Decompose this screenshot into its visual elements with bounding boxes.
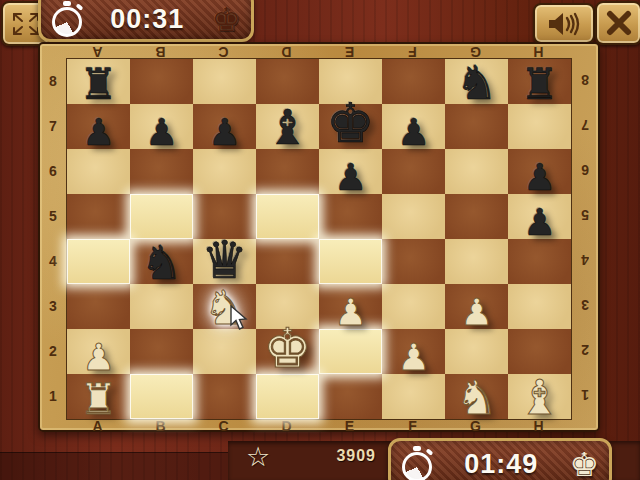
rank-labels-right: 87654321 [570, 58, 600, 418]
square-h8[interactable]: ♜ [508, 59, 571, 104]
score-value: 3909 [336, 447, 376, 465]
coord-label-6: 6 [570, 148, 600, 193]
coord-label-4: 4 [570, 238, 600, 283]
square-b2[interactable] [130, 329, 193, 374]
square-c2[interactable] [193, 329, 256, 374]
square-b4[interactable]: ♞ [130, 239, 193, 284]
square-f4[interactable] [382, 239, 445, 284]
board-squares: ♜♞♜♟♟♟♝♚♟♟♟♟♞♛♞♟♟♟♚♟♜♞♝ [66, 58, 572, 420]
square-d6[interactable] [256, 149, 319, 194]
square-g8[interactable]: ♞ [445, 59, 508, 104]
black-king-e7[interactable]: ♚ [326, 97, 374, 151]
coord-label-8: 8 [40, 58, 66, 103]
coord-label-1: 1 [40, 373, 66, 418]
square-g4[interactable] [445, 239, 508, 284]
white-pawn-g3[interactable]: ♟ [460, 294, 493, 331]
square-f3[interactable] [382, 284, 445, 329]
square-g2[interactable] [445, 329, 508, 374]
coord-label-C: C [192, 418, 255, 434]
square-a8[interactable]: ♜ [67, 59, 130, 104]
square-g7[interactable] [445, 104, 508, 149]
score-group: ☆ 3909 [246, 441, 376, 471]
square-h2[interactable] [508, 329, 571, 374]
square-c1[interactable] [193, 374, 256, 419]
square-f1[interactable] [382, 374, 445, 419]
white-rook-a1[interactable]: ♜ [79, 378, 118, 421]
stopwatch-icon [51, 1, 83, 37]
square-f2[interactable]: ♟ [382, 329, 445, 374]
square-g5[interactable] [445, 194, 508, 239]
black-rook-h8[interactable]: ♜ [520, 63, 559, 106]
white-knight-g1[interactable]: ♞ [455, 374, 497, 421]
coord-label-4: 4 [40, 238, 66, 283]
black-queen-c4[interactable]: ♛ [201, 234, 248, 286]
square-e1[interactable] [319, 374, 382, 419]
square-e4[interactable] [319, 239, 382, 284]
square-d4[interactable] [256, 239, 319, 284]
square-c6[interactable] [193, 149, 256, 194]
square-b3[interactable] [130, 284, 193, 329]
square-e6[interactable]: ♟ [319, 149, 382, 194]
star-icon: ☆ [246, 443, 270, 470]
stopwatch-icon [401, 446, 433, 480]
coord-label-5: 5 [570, 193, 600, 238]
square-e2[interactable] [319, 329, 382, 374]
coord-label-F: F [381, 418, 444, 434]
coord-label-7: 7 [40, 103, 66, 148]
square-f6[interactable] [382, 149, 445, 194]
square-c8[interactable] [193, 59, 256, 104]
square-b8[interactable] [130, 59, 193, 104]
square-a4[interactable] [67, 239, 130, 284]
coord-label-7: 7 [570, 103, 600, 148]
square-h3[interactable] [508, 284, 571, 329]
coord-label-8: 8 [570, 58, 600, 103]
square-f7[interactable]: ♟ [382, 104, 445, 149]
sound-button[interactable] [533, 3, 595, 44]
black-knight-b4[interactable]: ♞ [140, 239, 182, 286]
square-h5[interactable]: ♟ [508, 194, 571, 239]
coord-label-6: 6 [40, 148, 66, 193]
square-c7[interactable]: ♟ [193, 104, 256, 149]
square-e7[interactable]: ♚ [319, 104, 382, 149]
coord-label-2: 2 [570, 328, 600, 373]
square-a6[interactable] [67, 149, 130, 194]
coord-label-D: D [255, 418, 318, 434]
game-screen: 00:31 ♚ ABCDEFGH ABCDEFGH 87654321 87654… [0, 0, 640, 480]
black-pawn-c7[interactable]: ♟ [208, 114, 241, 151]
square-f8[interactable] [382, 59, 445, 104]
white-king-icon: ♚ [569, 448, 599, 480]
white-knight-c3[interactable]: ♞ [203, 284, 245, 331]
black-clock-panel: 00:31 ♚ [38, 0, 254, 42]
black-bishop-d7[interactable]: ♝ [266, 103, 309, 151]
black-pawn-e6[interactable]: ♟ [334, 159, 367, 196]
white-pawn-a2[interactable]: ♟ [82, 339, 115, 376]
white-pawn-f2[interactable]: ♟ [397, 339, 430, 376]
square-d2[interactable]: ♚ [256, 329, 319, 374]
square-h7[interactable] [508, 104, 571, 149]
square-a3[interactable] [67, 284, 130, 329]
square-c4[interactable]: ♛ [193, 239, 256, 284]
black-pawn-a7[interactable]: ♟ [82, 114, 115, 151]
coord-label-E: E [318, 418, 381, 434]
square-d7[interactable]: ♝ [256, 104, 319, 149]
square-d8[interactable] [256, 59, 319, 104]
square-b1[interactable] [130, 374, 193, 419]
white-clock-time: 01:49 [464, 449, 538, 480]
square-d5[interactable] [256, 194, 319, 239]
white-king-d2[interactable]: ♚ [263, 322, 311, 376]
square-f5[interactable] [382, 194, 445, 239]
square-h1[interactable]: ♝ [508, 374, 571, 419]
black-pawn-f7[interactable]: ♟ [397, 114, 430, 151]
white-bishop-h1[interactable]: ♝ [518, 373, 561, 421]
black-rook-a8[interactable]: ♜ [79, 63, 118, 106]
coord-label-2: 2 [40, 328, 66, 373]
square-c3[interactable]: ♞ [193, 284, 256, 329]
coord-label-3: 3 [40, 283, 66, 328]
square-d1[interactable] [256, 374, 319, 419]
coord-label-B: B [129, 418, 192, 434]
square-a2[interactable]: ♟ [67, 329, 130, 374]
rank-labels-left: 87654321 [40, 58, 66, 418]
close-button[interactable] [595, 1, 640, 45]
coord-label-5: 5 [40, 193, 66, 238]
square-g3[interactable]: ♟ [445, 284, 508, 329]
square-e3[interactable]: ♟ [319, 284, 382, 329]
speaker-icon [545, 11, 583, 37]
square-a7[interactable]: ♟ [67, 104, 130, 149]
black-king-icon: ♚ [211, 3, 241, 36]
square-a5[interactable] [67, 194, 130, 239]
square-e5[interactable] [319, 194, 382, 239]
white-pawn-e3[interactable]: ♟ [334, 294, 367, 331]
black-knight-g8[interactable]: ♞ [455, 59, 497, 106]
coord-label-3: 3 [570, 283, 600, 328]
chess-board: ABCDEFGH ABCDEFGH 87654321 87654321 ♜♞♜♟… [38, 42, 600, 432]
coord-label-1: 1 [570, 373, 600, 418]
square-b6[interactable] [130, 149, 193, 194]
square-a1[interactable]: ♜ [67, 374, 130, 419]
square-h6[interactable]: ♟ [508, 149, 571, 194]
white-clock-panel: 01:49 ♚ [388, 438, 612, 480]
black-pawn-b7[interactable]: ♟ [145, 114, 178, 151]
square-h4[interactable] [508, 239, 571, 284]
black-pawn-h6[interactable]: ♟ [523, 159, 556, 196]
black-clock-time: 00:31 [110, 4, 184, 35]
square-g1[interactable]: ♞ [445, 374, 508, 419]
square-g6[interactable] [445, 149, 508, 194]
close-icon [605, 10, 633, 36]
black-pawn-h5[interactable]: ♟ [523, 204, 556, 241]
square-b5[interactable] [130, 194, 193, 239]
square-b7[interactable]: ♟ [130, 104, 193, 149]
